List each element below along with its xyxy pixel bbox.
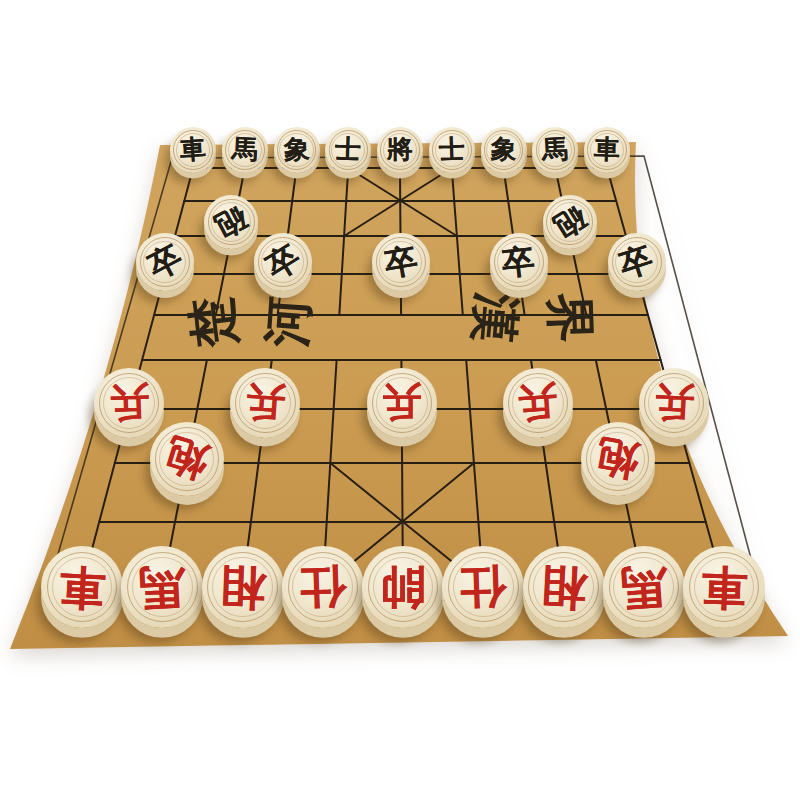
piece-red-general[interactable]: 帥 — [362, 546, 444, 628]
piece-red-soldier[interactable]: 兵 — [503, 368, 573, 438]
piece-red-advisor[interactable]: 仕 — [442, 546, 524, 628]
piece-black-advisor[interactable]: 士 — [325, 127, 371, 173]
piece-glyph: 士 — [335, 137, 362, 164]
piece-black-soldier[interactable]: 卒 — [608, 233, 666, 291]
piece-glyph: 象 — [283, 137, 310, 164]
piece-glyph: 車 — [594, 137, 621, 164]
piece-black-horse[interactable]: 馬 — [532, 127, 578, 173]
piece-glyph: 卒 — [501, 244, 537, 280]
piece-glyph: 馬 — [138, 563, 186, 611]
piece-black-soldier[interactable]: 卒 — [136, 233, 194, 291]
piece-glyph: 仕 — [460, 563, 507, 610]
scene: 楚 河 漢 界 車馬象士將士象馬車砲砲卒卒卒卒卒兵兵兵兵兵炮炮車馬相仕帥仕相馬車 — [0, 0, 800, 800]
piece-glyph: 兵 — [382, 383, 421, 422]
piece-red-soldier[interactable]: 兵 — [639, 368, 709, 438]
piece-glyph: 馬 — [542, 136, 569, 163]
piece-red-cannon[interactable]: 炮 — [581, 422, 655, 496]
piece-glyph: 卒 — [143, 240, 187, 284]
piece-black-advisor[interactable]: 士 — [429, 127, 475, 173]
piece-red-horse[interactable]: 馬 — [603, 546, 685, 628]
piece-black-elephant[interactable]: 象 — [481, 127, 527, 173]
piece-glyph: 帥 — [380, 564, 426, 610]
piece-glyph: 仕 — [299, 563, 346, 610]
piece-red-soldier[interactable]: 兵 — [94, 368, 164, 438]
piece-glyph: 相 — [539, 563, 587, 611]
piece-glyph: 車 — [179, 136, 207, 164]
piece-black-chariot[interactable]: 車 — [170, 127, 216, 173]
piece-red-elephant[interactable]: 相 — [202, 546, 284, 628]
piece-glyph: 兵 — [109, 383, 150, 424]
piece-glyph: 炮 — [594, 435, 642, 483]
piece-glyph: 卒 — [616, 242, 657, 283]
piece-red-soldier[interactable]: 兵 — [230, 368, 300, 438]
piece-glyph: 士 — [438, 137, 465, 164]
piece-glyph: 砲 — [211, 202, 252, 243]
piece-red-soldier[interactable]: 兵 — [367, 368, 437, 438]
piece-black-soldier[interactable]: 卒 — [254, 233, 312, 291]
piece-glyph: 象 — [490, 136, 517, 163]
piece-red-cannon[interactable]: 炮 — [150, 422, 224, 496]
piece-red-advisor[interactable]: 仕 — [282, 546, 364, 628]
piece-glyph: 炮 — [161, 433, 213, 485]
pieces-layer: 車馬象士將士象馬車砲砲卒卒卒卒卒兵兵兵兵兵炮炮車馬相仕帥仕相馬車 — [0, 0, 800, 800]
piece-red-elephant[interactable]: 相 — [523, 546, 605, 628]
piece-glyph: 卒 — [382, 243, 420, 281]
piece-black-horse[interactable]: 馬 — [222, 127, 268, 173]
piece-glyph: 馬 — [231, 136, 258, 163]
piece-black-soldier[interactable]: 卒 — [372, 233, 430, 291]
piece-glyph: 車 — [58, 563, 106, 611]
piece-red-horse[interactable]: 馬 — [121, 546, 203, 628]
piece-glyph: 兵 — [244, 382, 286, 424]
piece-black-cannon[interactable]: 砲 — [543, 195, 597, 249]
piece-glyph: 將 — [387, 137, 413, 163]
piece-red-chariot[interactable]: 車 — [683, 546, 765, 628]
piece-glyph: 卒 — [260, 240, 305, 285]
piece-black-elephant[interactable]: 象 — [274, 127, 320, 173]
piece-glyph: 車 — [700, 563, 747, 610]
piece-glyph: 馬 — [619, 563, 668, 612]
piece-glyph: 兵 — [517, 382, 559, 424]
piece-black-soldier[interactable]: 卒 — [490, 233, 548, 291]
piece-glyph: 兵 — [654, 382, 695, 423]
piece-black-general[interactable]: 將 — [377, 127, 423, 173]
piece-black-chariot[interactable]: 車 — [584, 127, 630, 173]
piece-glyph: 砲 — [549, 201, 591, 243]
piece-glyph: 相 — [219, 563, 266, 610]
piece-red-chariot[interactable]: 車 — [41, 546, 123, 628]
piece-black-cannon[interactable]: 砲 — [204, 195, 258, 249]
